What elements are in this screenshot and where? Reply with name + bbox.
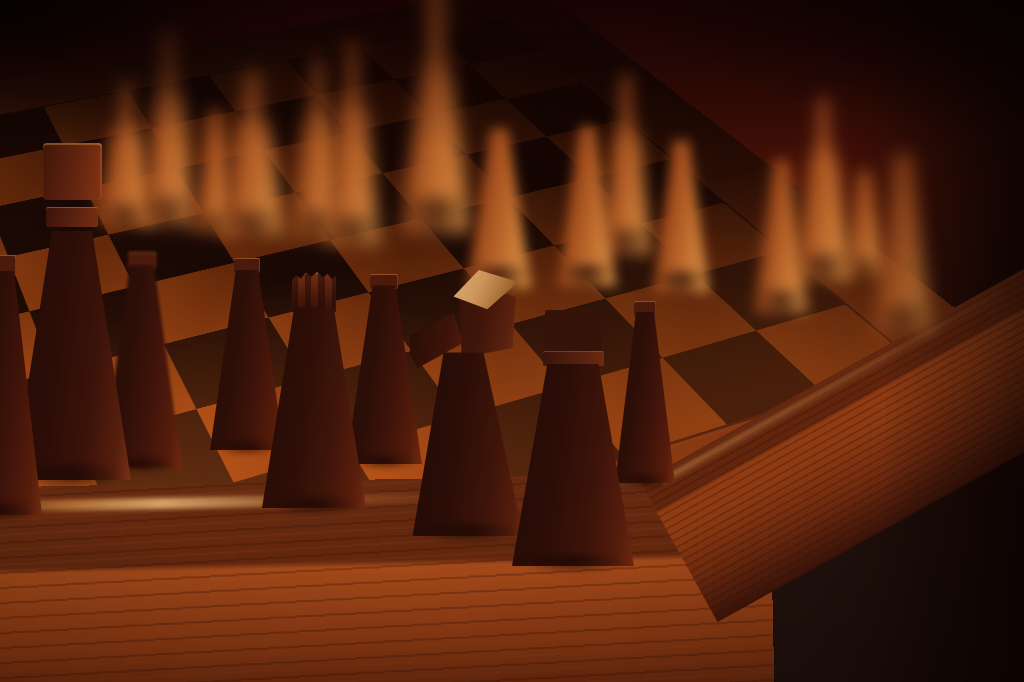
dark-pawn-far-left-partial (0, 255, 42, 515)
light-pawn-blurred (843, 170, 885, 274)
pawn-body (0, 271, 42, 515)
knight-muzzle (410, 313, 463, 372)
light-piece-blurred (796, 96, 850, 280)
light-piece-silhouette (193, 110, 237, 232)
dark-king (13, 143, 131, 480)
light-piece-blurred (601, 74, 651, 254)
pawn-top (370, 274, 397, 289)
light-piece-silhouette (601, 74, 651, 254)
light-piece-silhouette (98, 82, 154, 224)
light-piece-blurred (220, 70, 284, 234)
light-piece-silhouette (142, 30, 194, 224)
light-piece-silhouette (325, 42, 379, 244)
pawn-body (346, 285, 422, 464)
pieces-layer (0, 0, 1024, 682)
light-pawn-blurred (193, 110, 237, 232)
light-piece-silhouette (843, 170, 885, 274)
queen-crown (292, 272, 336, 312)
light-pawn-blurred (755, 160, 807, 312)
light-piece-silhouette (402, 0, 470, 232)
light-piece-silhouette (292, 58, 344, 236)
light-pawn-blurred (875, 154, 931, 330)
pawn-top (128, 252, 157, 269)
light-piece-silhouette (558, 126, 616, 286)
light-piece-silhouette (875, 154, 931, 330)
king-collar (46, 207, 98, 227)
pawn-body (102, 265, 182, 468)
pawn-top (0, 255, 16, 276)
dark-rook (512, 310, 634, 566)
light-piece-blurred (292, 58, 344, 236)
light-piece-blurred (142, 30, 194, 224)
dark-pawn-1 (102, 252, 182, 468)
pawn-top (234, 258, 261, 273)
light-pawn-blurred (653, 140, 709, 292)
dark-knight (405, 270, 531, 536)
pawn-top (634, 301, 656, 316)
rook-body (512, 364, 634, 566)
photo-stage (0, 0, 1024, 682)
rook-battlement (545, 310, 601, 351)
light-piece-blurred (98, 82, 154, 224)
king-body (13, 231, 131, 480)
light-king-blurred (402, 0, 470, 232)
dark-pawn-3 (346, 274, 422, 464)
pawn-body (615, 312, 675, 483)
dark-pawn-2 (210, 258, 284, 450)
light-piece-silhouette (653, 140, 709, 292)
light-piece-silhouette (796, 96, 850, 280)
light-piece-silhouette (755, 160, 807, 312)
dark-queen (262, 272, 366, 508)
knight-body (413, 352, 524, 536)
knight-head (453, 289, 516, 358)
pawn-body (210, 270, 284, 450)
light-pawn-blurred (558, 126, 616, 286)
light-piece-blurred (325, 42, 379, 244)
light-pawn-blurred (467, 128, 531, 288)
light-piece-silhouette (220, 70, 284, 234)
rook-collar (543, 351, 604, 366)
king-cap (43, 143, 102, 200)
dark-pawn-4 (615, 301, 675, 483)
knight-head-lit-facet (448, 270, 519, 313)
light-piece-silhouette (467, 128, 531, 288)
queen-body (262, 307, 366, 508)
